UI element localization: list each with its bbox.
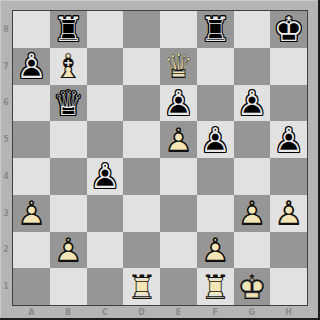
square-b3[interactable] [50, 195, 87, 232]
square-e1[interactable] [160, 268, 197, 305]
square-a4[interactable] [13, 158, 50, 195]
square-a3[interactable]: ♟♙ [13, 195, 50, 232]
piece-bP-h5: ♟ [270, 121, 307, 158]
rank-labels: 87654321 [0, 11, 12, 305]
square-h1[interactable] [270, 268, 307, 305]
piece-outline-bQ-b6: ♕ [50, 85, 87, 122]
square-e6[interactable]: ♟♙ [160, 85, 197, 122]
square-f5[interactable]: ♟♙ [197, 121, 234, 158]
square-a1[interactable] [13, 268, 50, 305]
square-h8[interactable]: ♚♔ [270, 11, 307, 48]
piece-bP-a7: ♟ [13, 48, 50, 85]
square-d7[interactable] [123, 48, 160, 85]
square-d5[interactable] [123, 121, 160, 158]
square-c6[interactable] [87, 85, 124, 122]
square-h6[interactable] [270, 85, 307, 122]
square-b1[interactable] [50, 268, 87, 305]
rank-label-7: 7 [0, 48, 12, 85]
piece-outline-wQ-e7: ♕ [160, 48, 197, 85]
square-h4[interactable] [270, 158, 307, 195]
piece-outline-wP-b2: ♙ [50, 232, 87, 269]
square-f4[interactable] [197, 158, 234, 195]
square-d4[interactable] [123, 158, 160, 195]
square-d8[interactable] [123, 11, 160, 48]
square-e5[interactable]: ♟♙ [160, 121, 197, 158]
square-g2[interactable] [234, 232, 271, 269]
piece-wP-b2: ♟ [50, 232, 87, 269]
piece-wP-e5: ♟ [160, 121, 197, 158]
piece-outline-bP-h5: ♙ [270, 121, 307, 158]
piece-wB-b7: ♝ [50, 48, 87, 85]
file-label-h: H [270, 306, 307, 318]
square-e8[interactable] [160, 11, 197, 48]
piece-outline-wP-e5: ♙ [160, 121, 197, 158]
piece-outline-wR-d1: ♖ [123, 268, 160, 305]
piece-bK-h8: ♚ [270, 11, 307, 48]
square-c8[interactable] [87, 11, 124, 48]
square-h5[interactable]: ♟♙ [270, 121, 307, 158]
piece-outline-wB-b7: ♗ [50, 48, 87, 85]
piece-wR-f1: ♜ [197, 268, 234, 305]
square-e3[interactable] [160, 195, 197, 232]
piece-outline-wP-a3: ♙ [13, 195, 50, 232]
square-a6[interactable] [13, 85, 50, 122]
rank-label-2: 2 [0, 232, 12, 269]
piece-outline-bR-f8: ♖ [197, 11, 234, 48]
piece-outline-bP-c4: ♙ [87, 158, 124, 195]
square-b7[interactable]: ♝♗ [50, 48, 87, 85]
square-g6[interactable]: ♟♙ [234, 85, 271, 122]
square-a5[interactable] [13, 121, 50, 158]
piece-bP-e6: ♟ [160, 85, 197, 122]
piece-bQ-b6: ♛ [50, 85, 87, 122]
square-f6[interactable] [197, 85, 234, 122]
square-h2[interactable] [270, 232, 307, 269]
square-c2[interactable] [87, 232, 124, 269]
square-e7[interactable]: ♛♕ [160, 48, 197, 85]
file-label-a: A [13, 306, 50, 318]
piece-wP-a3: ♟ [13, 195, 50, 232]
piece-wP-h3: ♟ [270, 195, 307, 232]
square-d1[interactable]: ♜♖ [123, 268, 160, 305]
piece-wP-f2: ♟ [197, 232, 234, 269]
square-g1[interactable]: ♚♔ [234, 268, 271, 305]
square-g8[interactable] [234, 11, 271, 48]
square-d3[interactable] [123, 195, 160, 232]
square-b5[interactable] [50, 121, 87, 158]
square-f2[interactable]: ♟♙ [197, 232, 234, 269]
rank-label-6: 6 [0, 85, 12, 122]
square-g5[interactable] [234, 121, 271, 158]
file-labels: ABCDEFGH [13, 306, 307, 318]
square-c7[interactable] [87, 48, 124, 85]
piece-outline-wK-g1: ♔ [234, 268, 271, 305]
file-label-b: B [50, 306, 87, 318]
file-label-g: G [234, 306, 271, 318]
square-a8[interactable] [13, 11, 50, 48]
piece-outline-bP-a7: ♙ [13, 48, 50, 85]
piece-bP-f5: ♟ [197, 121, 234, 158]
piece-bR-f8: ♜ [197, 11, 234, 48]
square-c1[interactable] [87, 268, 124, 305]
piece-bP-c4: ♟ [87, 158, 124, 195]
piece-outline-bR-b8: ♖ [50, 11, 87, 48]
piece-outline-wR-f1: ♖ [197, 268, 234, 305]
piece-outline-bP-e6: ♙ [160, 85, 197, 122]
file-label-f: F [197, 306, 234, 318]
rank-label-5: 5 [0, 121, 12, 158]
piece-outline-wP-h3: ♙ [270, 195, 307, 232]
rank-label-4: 4 [0, 158, 12, 195]
chess-board: ♜♖♜♖♚♔♟♙♝♗♛♕♛♕♟♙♟♙♟♙♟♙♟♙♟♙♟♙♟♙♟♙♟♙♟♙♜♖♜♖… [12, 10, 308, 306]
rank-label-3: 3 [0, 195, 12, 232]
square-b6[interactable]: ♛♕ [50, 85, 87, 122]
file-label-d: D [123, 306, 160, 318]
piece-outline-bK-h8: ♔ [270, 11, 307, 48]
rank-label-8: 8 [0, 11, 12, 48]
piece-wP-g3: ♟ [234, 195, 271, 232]
square-a2[interactable] [13, 232, 50, 269]
piece-wQ-e7: ♛ [160, 48, 197, 85]
rank-label-1: 1 [0, 268, 12, 305]
square-c5[interactable] [87, 121, 124, 158]
piece-wR-d1: ♜ [123, 268, 160, 305]
piece-outline-bP-g6: ♙ [234, 85, 271, 122]
square-h7[interactable] [270, 48, 307, 85]
piece-outline-bP-f5: ♙ [197, 121, 234, 158]
piece-bP-g6: ♟ [234, 85, 271, 122]
square-c3[interactable] [87, 195, 124, 232]
square-g7[interactable] [234, 48, 271, 85]
piece-bR-b8: ♜ [50, 11, 87, 48]
chess-diagram: 87654321 ABCDEFGH ♜♖♜♖♚♔♟♙♝♗♛♕♛♕♟♙♟♙♟♙♟♙… [0, 0, 320, 320]
piece-wK-g1: ♚ [234, 268, 271, 305]
square-f3[interactable] [197, 195, 234, 232]
piece-outline-wP-f2: ♙ [197, 232, 234, 269]
square-h3[interactable]: ♟♙ [270, 195, 307, 232]
square-e2[interactable] [160, 232, 197, 269]
square-f1[interactable]: ♜♖ [197, 268, 234, 305]
square-e4[interactable] [160, 158, 197, 195]
file-label-c: C [87, 306, 124, 318]
square-g3[interactable]: ♟♙ [234, 195, 271, 232]
square-b4[interactable] [50, 158, 87, 195]
square-f7[interactable] [197, 48, 234, 85]
square-d6[interactable] [123, 85, 160, 122]
square-a7[interactable]: ♟♙ [13, 48, 50, 85]
square-b2[interactable]: ♟♙ [50, 232, 87, 269]
square-f8[interactable]: ♜♖ [197, 11, 234, 48]
square-c4[interactable]: ♟♙ [87, 158, 124, 195]
square-d2[interactable] [123, 232, 160, 269]
file-label-e: E [160, 306, 197, 318]
square-g4[interactable] [234, 158, 271, 195]
square-b8[interactable]: ♜♖ [50, 11, 87, 48]
piece-outline-wP-g3: ♙ [234, 195, 271, 232]
